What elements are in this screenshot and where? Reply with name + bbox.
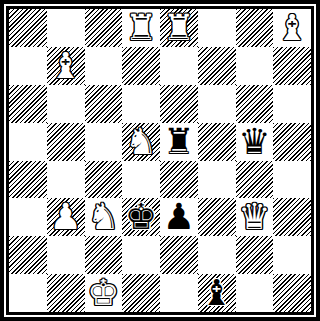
square-g6[interactable]	[236, 85, 274, 123]
square-c7[interactable]	[85, 47, 123, 85]
piece-white-bishop[interactable]: ♝	[276, 10, 308, 46]
piece-black-queen[interactable]: ♛	[238, 124, 270, 160]
square-b2[interactable]	[47, 236, 85, 274]
square-e8[interactable]: ♜	[160, 9, 198, 47]
square-h8[interactable]: ♝	[273, 9, 311, 47]
square-d1[interactable]	[122, 274, 160, 312]
square-a6[interactable]	[9, 85, 47, 123]
board-frame-inner: ♜♜♝♝♞♜♛♟♞♚♟♛♚♝	[6, 6, 314, 315]
square-d5[interactable]: ♞	[122, 123, 160, 161]
square-e1[interactable]	[160, 274, 198, 312]
square-d4[interactable]	[122, 161, 160, 199]
square-a3[interactable]	[9, 198, 47, 236]
square-f2[interactable]	[198, 236, 236, 274]
square-a8[interactable]	[9, 9, 47, 47]
piece-white-knight[interactable]: ♞	[87, 199, 119, 235]
square-g2[interactable]	[236, 236, 274, 274]
square-f7[interactable]	[198, 47, 236, 85]
square-a4[interactable]	[9, 161, 47, 199]
square-c1[interactable]: ♚	[85, 274, 123, 312]
square-e6[interactable]	[160, 85, 198, 123]
square-h1[interactable]	[273, 274, 311, 312]
square-g4[interactable]	[236, 161, 274, 199]
piece-white-bishop[interactable]: ♝	[49, 48, 81, 84]
square-g1[interactable]	[236, 274, 274, 312]
piece-black-pawn[interactable]: ♟	[163, 199, 195, 235]
piece-black-rook[interactable]: ♜	[163, 124, 195, 160]
square-f8[interactable]	[198, 9, 236, 47]
square-g5[interactable]: ♛	[236, 123, 274, 161]
piece-white-queen[interactable]: ♛	[238, 199, 270, 235]
piece-white-knight[interactable]: ♞	[125, 124, 157, 160]
square-a5[interactable]	[9, 123, 47, 161]
piece-white-pawn[interactable]: ♟	[49, 199, 81, 235]
square-f1[interactable]: ♝	[198, 274, 236, 312]
square-d8[interactable]: ♜	[122, 9, 160, 47]
square-h3[interactable]	[273, 198, 311, 236]
square-h7[interactable]	[273, 47, 311, 85]
square-e2[interactable]	[160, 236, 198, 274]
square-h2[interactable]	[273, 236, 311, 274]
square-d7[interactable]	[122, 47, 160, 85]
square-f3[interactable]	[198, 198, 236, 236]
square-c5[interactable]	[85, 123, 123, 161]
square-b6[interactable]	[47, 85, 85, 123]
square-d6[interactable]	[122, 85, 160, 123]
square-g3[interactable]: ♛	[236, 198, 274, 236]
square-g7[interactable]	[236, 47, 274, 85]
piece-white-rook[interactable]: ♜	[125, 10, 157, 46]
square-c8[interactable]	[85, 9, 123, 47]
square-a1[interactable]	[9, 274, 47, 312]
square-f5[interactable]	[198, 123, 236, 161]
square-b4[interactable]	[47, 161, 85, 199]
board-frame-outer: ♜♜♝♝♞♜♛♟♞♚♟♛♚♝	[0, 0, 320, 321]
square-e5[interactable]: ♜	[160, 123, 198, 161]
square-d2[interactable]	[122, 236, 160, 274]
square-b5[interactable]	[47, 123, 85, 161]
piece-white-rook[interactable]: ♜	[163, 10, 195, 46]
piece-black-king[interactable]: ♚	[125, 199, 157, 235]
square-c2[interactable]	[85, 236, 123, 274]
square-g8[interactable]	[236, 9, 274, 47]
square-a2[interactable]	[9, 236, 47, 274]
chess-board: ♜♜♝♝♞♜♛♟♞♚♟♛♚♝	[9, 9, 311, 312]
square-a7[interactable]	[9, 47, 47, 85]
square-e4[interactable]	[160, 161, 198, 199]
piece-white-king[interactable]: ♚	[87, 275, 119, 311]
square-f4[interactable]	[198, 161, 236, 199]
square-h6[interactable]	[273, 85, 311, 123]
square-b3[interactable]: ♟	[47, 198, 85, 236]
square-f6[interactable]	[198, 85, 236, 123]
board-frame-white-ring: ♜♜♝♝♞♜♛♟♞♚♟♛♚♝	[4, 4, 316, 317]
square-d3[interactable]: ♚	[122, 198, 160, 236]
square-e7[interactable]	[160, 47, 198, 85]
square-b8[interactable]	[47, 9, 85, 47]
square-c4[interactable]	[85, 161, 123, 199]
square-e3[interactable]: ♟	[160, 198, 198, 236]
square-h5[interactable]	[273, 123, 311, 161]
piece-black-bishop[interactable]: ♝	[200, 275, 232, 311]
square-h4[interactable]	[273, 161, 311, 199]
square-b1[interactable]	[47, 274, 85, 312]
square-b7[interactable]: ♝	[47, 47, 85, 85]
square-c3[interactable]: ♞	[85, 198, 123, 236]
square-c6[interactable]	[85, 85, 123, 123]
